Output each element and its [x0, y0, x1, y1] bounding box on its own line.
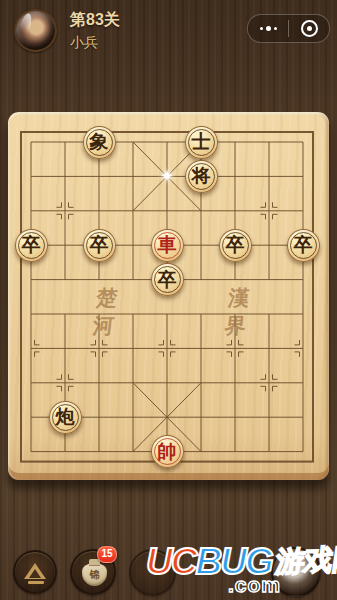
level-label: 第83关 — [70, 12, 120, 28]
more-dots-icon — [260, 27, 263, 30]
piece-black-soldier[interactable]: 卒 — [219, 229, 252, 262]
top-bar: 第83关 小兵 — [0, 0, 337, 60]
circle-dot-icon — [301, 20, 318, 37]
xiangqi-board[interactable]: 楚河 漢界 象士将卒卒車卒卒卒炮帥✦✦ — [8, 112, 329, 480]
pieces-layer: 象士将卒卒車卒卒卒炮帥✦✦ — [8, 112, 329, 480]
piece-black-soldier[interactable]: 卒 — [83, 229, 116, 262]
close-minimize-button[interactable] — [289, 15, 329, 42]
more-button[interactable] — [248, 15, 288, 42]
chevron-up-icon — [28, 581, 44, 584]
piece-black-soldier[interactable]: 卒 — [151, 263, 184, 296]
money-bag-icon: 锦 — [82, 563, 107, 586]
expand-button[interactable] — [13, 550, 57, 594]
wechat-capsule — [247, 14, 330, 43]
piece-black-general[interactable]: 将 — [185, 160, 218, 193]
title-block: 第83关 小兵 — [70, 12, 120, 49]
sparkle-marker: ✦✦ — [156, 165, 178, 187]
chevron-up-icon — [24, 563, 46, 579]
piece-black-soldier[interactable]: 卒 — [15, 229, 48, 262]
rank-label: 小兵 — [70, 35, 120, 49]
piece-black-advisor[interactable]: 士 — [185, 126, 218, 159]
piece-red-chariot[interactable]: 車 — [151, 229, 184, 262]
piece-black-soldier[interactable]: 卒 — [287, 229, 320, 262]
bottom-bar: 锦 15 — [0, 545, 337, 600]
obscured-round-button[interactable] — [271, 547, 321, 597]
tip-bag-button[interactable]: 锦 15 — [70, 549, 116, 595]
piece-red-general[interactable]: 帥 — [151, 435, 184, 468]
obscured-button[interactable] — [129, 549, 176, 596]
avatar — [14, 9, 57, 52]
piece-black-cannon[interactable]: 炮 — [49, 401, 82, 434]
more-dots-icon — [274, 27, 277, 30]
piece-black-elephant[interactable]: 象 — [83, 126, 116, 159]
app-screen: 第83关 小兵 楚河 漢界 象士将卒卒車卒卒卒炮帥✦✦ 锦 15 — [0, 0, 337, 600]
more-dots-icon — [266, 26, 271, 31]
badge-count: 15 — [97, 546, 117, 563]
